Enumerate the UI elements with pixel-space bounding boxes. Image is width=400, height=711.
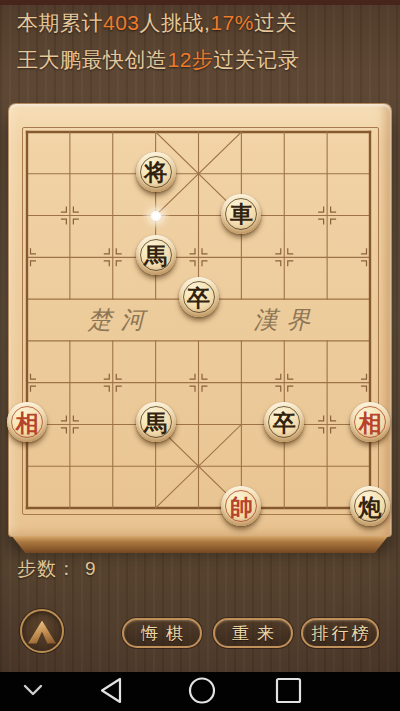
piece-glyph: 馬	[144, 411, 167, 434]
record-text: 王大鹏最快创造	[17, 48, 168, 71]
board-bottom-edge	[8, 536, 392, 553]
piece-black-soldier[interactable]: 卒	[264, 402, 304, 442]
last-move-highlight	[150, 210, 162, 222]
back-button[interactable]	[102, 679, 120, 702]
top-strip	[0, 0, 400, 5]
game-screen: 本期累计403人挑战,17%过关 王大鹏最快创造12步过关记录 楚河 漢界 将車…	[0, 0, 400, 711]
move-counter-value: 9	[85, 558, 97, 579]
record-line: 王大鹏最快创造12步过关记录	[17, 46, 299, 74]
piece-glyph: 卒	[187, 286, 210, 309]
piece-glyph: 相	[16, 411, 39, 434]
piece-black-chariot[interactable]: 車	[221, 194, 261, 234]
piece-black-horse[interactable]: 馬	[136, 402, 176, 442]
record-text: 过关记录	[213, 48, 299, 71]
piece-glyph: 相	[359, 411, 382, 434]
board-grid: 楚河 漢界 将車馬卒相馬卒相帥炮	[27, 132, 370, 508]
move-counter-label: 步数：	[17, 558, 77, 579]
piece-red-general[interactable]: 帥	[221, 486, 261, 526]
record-steps: 12步	[168, 48, 214, 71]
piece-glyph: 将	[144, 160, 167, 183]
river-label-chu: 楚河	[79, 304, 154, 336]
piece-black-soldier[interactable]: 卒	[179, 277, 219, 317]
stats-text: 过关	[254, 11, 297, 34]
leaderboard-button[interactable]: 排行榜	[301, 618, 379, 648]
stats-text: 本期累计	[17, 11, 103, 34]
xiangqi-board[interactable]: 楚河 漢界 将車馬卒相馬卒相帥炮	[8, 103, 392, 553]
piece-glyph: 帥	[230, 495, 253, 518]
piece-red-elephant[interactable]: 相	[7, 402, 47, 442]
piece-glyph: 馬	[144, 244, 167, 267]
river-label-han: 漢界	[245, 304, 320, 336]
challengers-count: 403	[103, 11, 140, 34]
expand-button[interactable]	[20, 609, 64, 653]
stats-line: 本期累计403人挑战,17%过关	[17, 9, 297, 37]
mountain-arrow-icon	[28, 621, 56, 644]
navbar-icons	[0, 672, 400, 711]
piece-glyph: 車	[230, 202, 253, 225]
pass-rate: 17%	[210, 11, 254, 34]
piece-glyph: 卒	[273, 411, 296, 434]
piece-black-general[interactable]: 将	[136, 152, 176, 192]
stats-text: 人挑战,	[140, 11, 211, 34]
piece-red-elephant[interactable]: 相	[350, 402, 390, 442]
recents-button[interactable]	[277, 679, 300, 702]
move-counter: 步数：9	[17, 556, 97, 582]
chevron-down-icon[interactable]	[25, 686, 41, 694]
undo-button[interactable]: 悔棋	[122, 618, 202, 648]
piece-glyph: 炮	[359, 495, 382, 518]
home-button[interactable]	[190, 679, 214, 703]
android-navbar	[0, 672, 400, 711]
piece-black-cannon[interactable]: 炮	[350, 486, 390, 526]
piece-black-horse[interactable]: 馬	[136, 235, 176, 275]
restart-button[interactable]: 重来	[213, 618, 293, 648]
